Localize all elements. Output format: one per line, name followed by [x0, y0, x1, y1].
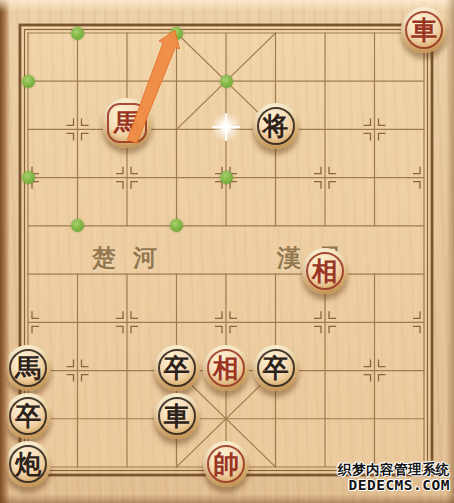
piece-character: 相 [213, 355, 239, 381]
legal-move-dot[interactable] [22, 171, 35, 184]
legal-move-dot[interactable] [220, 75, 233, 88]
piece-character: 馬 [15, 355, 41, 381]
piece-character: 将 [263, 113, 289, 139]
red-piece-相[interactable]: 相 [203, 345, 249, 391]
legal-move-dot[interactable] [71, 27, 84, 40]
piece-character: 車 [411, 17, 437, 43]
black-piece-卒[interactable]: 卒 [5, 393, 51, 439]
legal-move-dot[interactable] [220, 171, 233, 184]
watermark-line2: DEDECMS.COM [338, 477, 450, 494]
black-piece-卒[interactable]: 卒 [253, 345, 299, 391]
black-piece-車[interactable]: 車 [154, 393, 200, 439]
watermark-line1: 织梦内容管理系统 [338, 462, 450, 478]
black-piece-炮[interactable]: 炮 [5, 441, 51, 487]
red-piece-帥[interactable]: 帥 [203, 441, 249, 487]
red-piece-車[interactable]: 車 [401, 7, 447, 53]
river-label-chu-he: 楚河 [92, 242, 174, 274]
piece-character: 馬 [114, 110, 140, 136]
xiangqi-board[interactable]: 楚河 漢界 車馬将相馬卒相卒卒車炮帥 织梦内容管理系统 DEDECMS.COM [0, 0, 454, 503]
piece-character: 車 [164, 403, 190, 429]
black-piece-将[interactable]: 将 [253, 103, 299, 149]
red-piece-相[interactable]: 相 [302, 248, 348, 294]
piece-character: 卒 [263, 355, 289, 381]
piece-character: 相 [312, 258, 338, 284]
piece-character: 卒 [15, 403, 41, 429]
piece-character: 帥 [213, 451, 239, 477]
piece-character: 炮 [15, 451, 41, 477]
black-piece-馬[interactable]: 馬 [5, 345, 51, 391]
piece-character: 卒 [164, 355, 190, 381]
watermark: 织梦内容管理系统 DEDECMS.COM [338, 462, 450, 494]
legal-move-dot[interactable] [22, 75, 35, 88]
legal-move-dot[interactable] [170, 27, 183, 40]
black-piece-卒[interactable]: 卒 [154, 345, 200, 391]
